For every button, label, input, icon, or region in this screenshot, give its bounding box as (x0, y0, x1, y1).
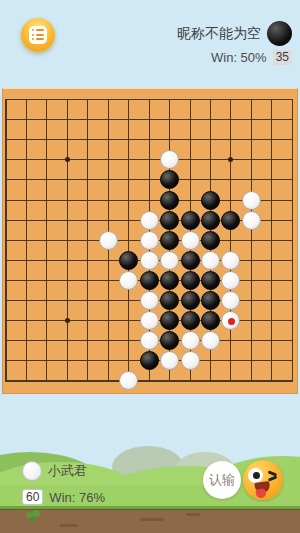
white-stone (140, 231, 159, 250)
grid-line (292, 100, 293, 381)
black-stone (160, 211, 179, 230)
my-player-name: 小武君 (48, 462, 87, 480)
menu-button[interactable] (21, 18, 55, 52)
black-stone (160, 271, 179, 290)
dirt-ground (0, 509, 300, 533)
black-stone (201, 231, 220, 250)
my-win-rate: Win: 76% (49, 490, 105, 505)
black-stone (201, 311, 220, 330)
white-stone (140, 211, 159, 230)
list-menu-icon (29, 26, 47, 44)
black-stone (201, 291, 220, 310)
black-stone (160, 191, 179, 210)
opponent-win-rate: Win: 50% (211, 50, 267, 65)
my-level-badge: 60 (22, 489, 43, 505)
white-stone (119, 371, 138, 390)
white-stone (242, 191, 261, 210)
black-stone (221, 211, 240, 230)
white-stone (160, 251, 179, 270)
white-stone (201, 251, 220, 270)
white-stone (140, 291, 159, 310)
black-stone (181, 271, 200, 290)
opponent-level-badge: 35 (273, 50, 292, 65)
my-player-info: 小武君 60 Win: 76% (22, 461, 105, 505)
grid-line (251, 100, 252, 381)
opponent-info: 昵称不能为空 Win: 50% 35 (177, 21, 292, 65)
white-stone (140, 331, 159, 350)
last-move-marker (228, 318, 235, 325)
grid-line (271, 100, 272, 381)
black-stone (181, 211, 200, 230)
black-stone (160, 291, 179, 310)
white-stone-avatar (22, 461, 42, 481)
grid-line (230, 100, 231, 381)
white-stone (99, 231, 118, 250)
black-stone (201, 191, 220, 210)
black-stone (119, 251, 138, 270)
black-stone (181, 311, 200, 330)
black-stone (201, 271, 220, 290)
white-stone (181, 331, 200, 350)
emoji-button[interactable] (243, 460, 283, 500)
white-stone (140, 251, 159, 270)
white-stone (119, 271, 138, 290)
opponent-name: 昵称不能为空 (177, 25, 261, 43)
black-stone (160, 231, 179, 250)
gomoku-board[interactable] (2, 88, 298, 394)
black-stone (181, 291, 200, 310)
black-stone-avatar (267, 21, 292, 46)
black-stone (140, 271, 159, 290)
white-stone (181, 231, 200, 250)
resign-button[interactable]: 认输 (203, 461, 241, 499)
black-stone (181, 251, 200, 270)
star-point (65, 318, 70, 323)
black-stone (140, 351, 159, 370)
black-stone (201, 211, 220, 230)
white-stone (140, 311, 159, 330)
white-stone (181, 351, 200, 370)
white-stone (242, 211, 261, 230)
grid-line (6, 380, 292, 381)
